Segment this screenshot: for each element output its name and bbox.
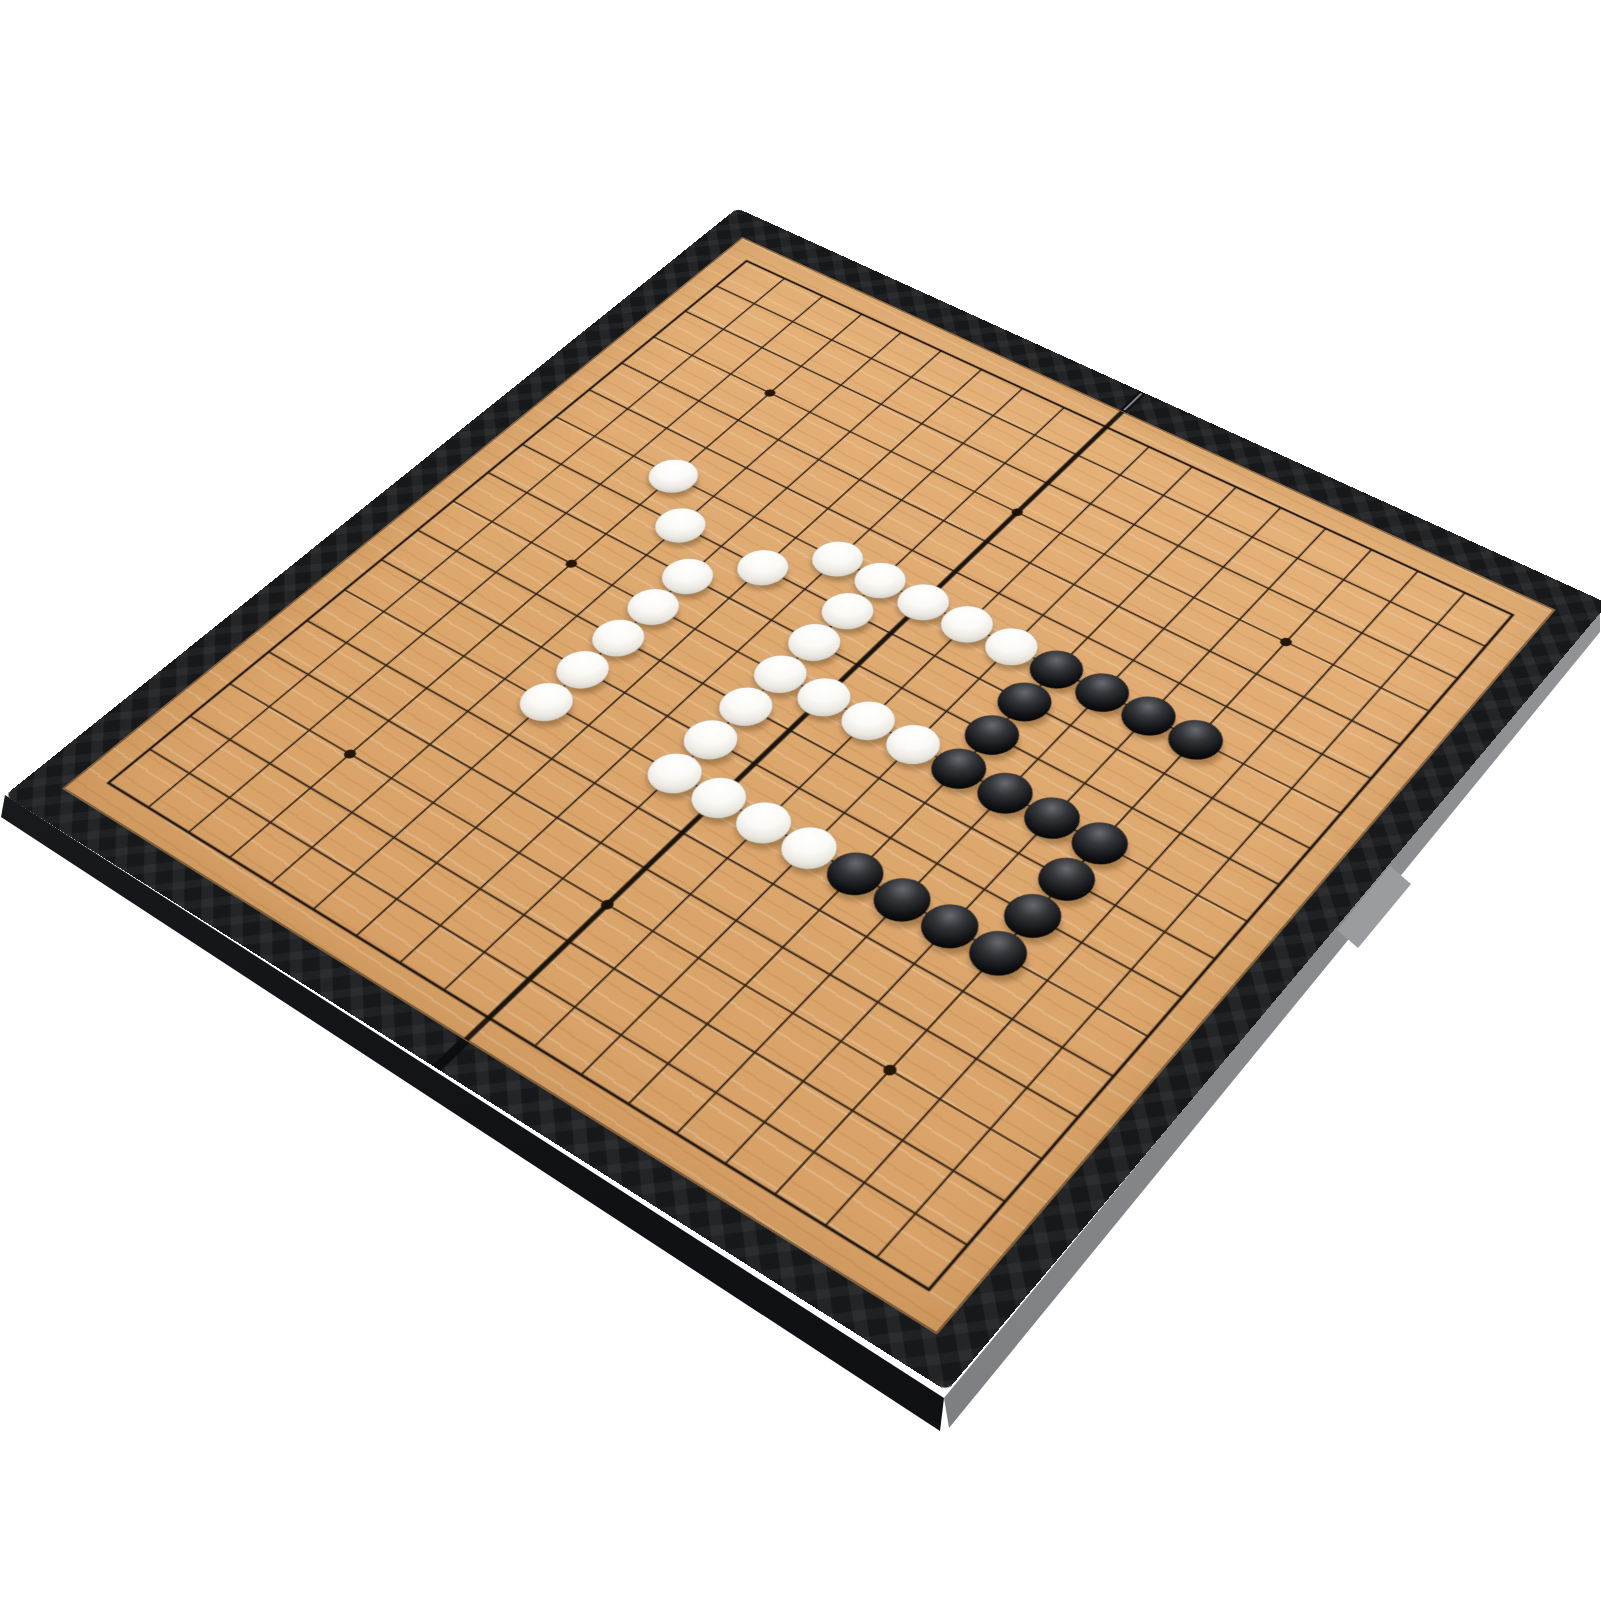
star-point — [1278, 636, 1294, 648]
grid-lines — [108, 261, 1512, 1290]
white-stone[interactable] — [638, 453, 708, 500]
star-point — [762, 388, 777, 398]
fold-seam — [432, 1038, 469, 1071]
go-grid — [5, 208, 1601, 1391]
folding-go-board — [5, 208, 1601, 1391]
white-stone[interactable] — [645, 502, 716, 550]
go-set-photo — [0, 0, 1601, 1601]
grid-border — [108, 261, 1512, 1290]
fold-seam-gap — [1123, 393, 1142, 411]
star-point — [881, 1063, 900, 1078]
star-point — [563, 558, 579, 569]
white-stone[interactable] — [727, 543, 799, 593]
